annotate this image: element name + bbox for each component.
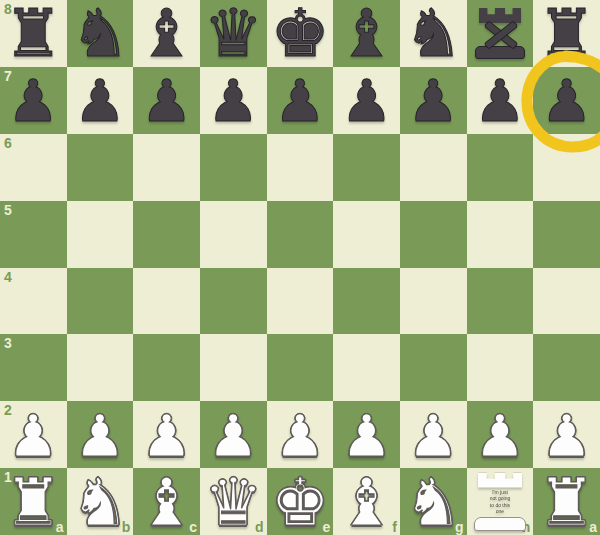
chess-board: 8♜♞♝♛♚♝♞♜7♟♟♟♟♟♟♟♟♟65432♟♟♟♟♟♟♟♟♟1a♜b♞c♝… — [0, 0, 600, 535]
black-pawn-piece[interactable]: ♟ — [74, 72, 126, 130]
text-rook-crenellation — [478, 473, 522, 488]
black-rook-piece[interactable]: ♜ — [537, 1, 596, 67]
square-c2[interactable]: ♟ — [133, 401, 200, 468]
square-b7[interactable]: ♟ — [67, 67, 134, 134]
white-pawn-piece[interactable]: ♟ — [207, 407, 259, 465]
black-king-piece[interactable]: ♚ — [270, 1, 329, 67]
square-c8[interactable]: ♝ — [133, 0, 200, 67]
square-b2[interactable]: ♟ — [67, 401, 134, 468]
square-f8[interactable]: ♝ — [333, 0, 400, 67]
white-pawn-piece[interactable]: ♟ — [274, 407, 326, 465]
square-e1[interactable]: e♚ — [267, 468, 334, 535]
square-a4[interactable]: 4 — [0, 268, 67, 335]
white-pawn-piece[interactable]: ♟ — [141, 407, 193, 465]
square-c7[interactable]: ♟ — [133, 67, 200, 134]
black-queen-piece[interactable]: ♛ — [204, 1, 263, 67]
square-a26[interactable] — [533, 134, 600, 201]
white-king-piece[interactable]: ♚ — [270, 470, 329, 535]
square-h4[interactable] — [467, 268, 534, 335]
x-rook-crenellation — [479, 8, 521, 23]
white-pawn-piece[interactable]: ♟ — [541, 407, 593, 465]
square-a24[interactable] — [533, 268, 600, 335]
black-pawn-piece[interactable]: ♟ — [207, 72, 259, 130]
chess-board-wrapper: 8♜♞♝♛♚♝♞♜7♟♟♟♟♟♟♟♟♟65432♟♟♟♟♟♟♟♟♟1a♜b♞c♝… — [0, 0, 600, 535]
black-pawn-piece[interactable]: ♟ — [407, 72, 459, 130]
square-h1[interactable]: hI'm just not going to do this one — [467, 468, 534, 535]
square-d3[interactable] — [200, 334, 267, 401]
black-pawn-piece[interactable]: ♟ — [274, 72, 326, 130]
square-h6[interactable] — [467, 134, 534, 201]
white-bishop-piece[interactable]: ♝ — [137, 470, 196, 535]
black-bishop-piece[interactable]: ♝ — [337, 1, 396, 67]
square-a1[interactable]: 1a♜ — [0, 468, 67, 535]
square-h5[interactable] — [467, 201, 534, 268]
white-rook-piece[interactable]: ♜ — [4, 470, 63, 535]
square-c4[interactable] — [133, 268, 200, 335]
black-knight-piece[interactable]: ♞ — [404, 1, 463, 67]
square-a28[interactable]: ♜ — [533, 0, 600, 67]
square-c6[interactable] — [133, 134, 200, 201]
black-rook-piece[interactable]: ♜ — [4, 1, 63, 67]
black-pawn-piece[interactable]: ♟ — [7, 72, 59, 130]
square-b8[interactable]: ♞ — [67, 0, 134, 67]
square-d2[interactable]: ♟ — [200, 401, 267, 468]
square-d6[interactable] — [200, 134, 267, 201]
white-rook-piece[interactable]: ♜ — [537, 470, 596, 535]
black-pawn-piece[interactable]: ♟ — [141, 72, 193, 130]
rank-label-6: 6 — [4, 135, 12, 151]
square-g6[interactable] — [400, 134, 467, 201]
square-a6[interactable]: 6 — [0, 134, 67, 201]
square-b4[interactable] — [67, 268, 134, 335]
black-pawn-piece[interactable]: ♟ — [341, 72, 393, 130]
square-d4[interactable] — [200, 268, 267, 335]
black-knight-piece[interactable]: ♞ — [70, 1, 129, 67]
square-f5[interactable] — [333, 201, 400, 268]
black-pawn-piece[interactable]: ♟ — [541, 72, 593, 130]
square-a5[interactable]: 5 — [0, 201, 67, 268]
black-pawn-piece[interactable]: ♟ — [474, 72, 526, 130]
square-e2[interactable]: ♟ — [267, 401, 334, 468]
square-f3[interactable] — [333, 334, 400, 401]
square-f1[interactable]: f♝ — [333, 468, 400, 535]
white-pawn-piece[interactable]: ♟ — [341, 407, 393, 465]
square-g5[interactable] — [400, 201, 467, 268]
square-d1[interactable]: d♛ — [200, 468, 267, 535]
white-pawn-piece[interactable]: ♟ — [74, 407, 126, 465]
white-pawn-piece[interactable]: ♟ — [474, 407, 526, 465]
square-e5[interactable] — [267, 201, 334, 268]
square-a25[interactable] — [533, 201, 600, 268]
square-f7[interactable]: ♟ — [333, 67, 400, 134]
x-rook-x-body — [479, 24, 521, 45]
rank-label-4: 4 — [4, 269, 12, 285]
rank-label-3: 3 — [4, 335, 12, 351]
square-c5[interactable] — [133, 201, 200, 268]
square-e3[interactable] — [267, 334, 334, 401]
square-b1[interactable]: b♞ — [67, 468, 134, 535]
square-g1[interactable]: g♞ — [400, 468, 467, 535]
square-g7[interactable]: ♟ — [400, 67, 467, 134]
square-e4[interactable] — [267, 268, 334, 335]
square-g4[interactable] — [400, 268, 467, 335]
square-d8[interactable]: ♛ — [200, 0, 267, 67]
square-c3[interactable] — [133, 334, 200, 401]
white-text-rook-piece[interactable]: I'm just not going to do this one — [474, 473, 526, 531]
square-g2[interactable]: ♟ — [400, 401, 467, 468]
square-c1[interactable]: c♝ — [133, 468, 200, 535]
text-rook-note: I'm just not going to do this one — [490, 489, 511, 515]
white-knight-piece[interactable]: ♞ — [70, 470, 129, 535]
square-e6[interactable] — [267, 134, 334, 201]
square-h3[interactable] — [467, 334, 534, 401]
square-a21[interactable]: a♜ — [533, 468, 600, 535]
black-x-rook-piece[interactable] — [475, 8, 525, 59]
square-d7[interactable]: ♟ — [200, 67, 267, 134]
x-rook-base — [475, 46, 525, 59]
white-pawn-piece[interactable]: ♟ — [7, 407, 59, 465]
square-h2[interactable]: ♟ — [467, 401, 534, 468]
square-a8[interactable]: 8♜ — [0, 0, 67, 67]
square-a3[interactable]: 3 — [0, 334, 67, 401]
square-e8[interactable]: ♚ — [267, 0, 334, 67]
square-e7[interactable]: ♟ — [267, 67, 334, 134]
square-a2[interactable]: 2♟ — [0, 401, 67, 468]
square-g3[interactable] — [400, 334, 467, 401]
square-g8[interactable]: ♞ — [400, 0, 467, 67]
square-a27[interactable]: ♟ — [533, 67, 600, 134]
square-b3[interactable] — [67, 334, 134, 401]
square-b5[interactable] — [67, 201, 134, 268]
square-a7[interactable]: 7♟ — [0, 67, 67, 134]
square-b6[interactable] — [67, 134, 134, 201]
square-f2[interactable]: ♟ — [333, 401, 400, 468]
white-queen-piece[interactable]: ♛ — [204, 470, 263, 535]
square-f6[interactable] — [333, 134, 400, 201]
white-knight-piece[interactable]: ♞ — [404, 470, 463, 535]
rank-label-5: 5 — [4, 202, 12, 218]
square-h8[interactable] — [467, 0, 534, 67]
square-h7[interactable]: ♟ — [467, 67, 534, 134]
white-bishop-piece[interactable]: ♝ — [337, 470, 396, 535]
black-bishop-piece[interactable]: ♝ — [137, 1, 196, 67]
square-f4[interactable] — [333, 268, 400, 335]
square-d5[interactable] — [200, 201, 267, 268]
square-a22[interactable]: ♟ — [533, 401, 600, 468]
text-rook-base — [474, 517, 526, 531]
square-a23[interactable] — [533, 334, 600, 401]
white-pawn-piece[interactable]: ♟ — [407, 407, 459, 465]
